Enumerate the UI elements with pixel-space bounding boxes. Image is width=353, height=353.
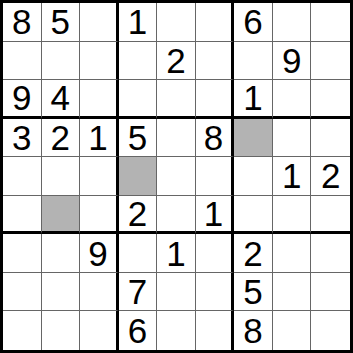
cell-r5c4[interactable]	[119, 157, 158, 196]
cell-r4c2[interactable]: 2	[42, 119, 81, 158]
cell-r7c3[interactable]: 9	[80, 234, 119, 273]
cell-r5c1[interactable]	[3, 157, 42, 196]
cell-r6c6[interactable]: 1	[196, 196, 235, 235]
cell-r2c5[interactable]: 2	[157, 42, 196, 81]
cell-r9c9[interactable]	[311, 311, 350, 350]
cell-r7c9[interactable]	[311, 234, 350, 273]
cell-r8c4[interactable]: 7	[119, 273, 158, 312]
cell-r8c6[interactable]	[196, 273, 235, 312]
cell-r2c7[interactable]	[234, 42, 273, 81]
cell-r9c6[interactable]	[196, 311, 235, 350]
cell-r9c2[interactable]	[42, 311, 81, 350]
cell-r6c8[interactable]	[273, 196, 312, 235]
cell-r8c2[interactable]	[42, 273, 81, 312]
cell-r6c7[interactable]	[234, 196, 273, 235]
cell-r4c4[interactable]: 5	[119, 119, 158, 158]
cell-r9c4[interactable]: 6	[119, 311, 158, 350]
cell-r4c5[interactable]	[157, 119, 196, 158]
cell-r7c4[interactable]	[119, 234, 158, 273]
cell-r6c2[interactable]	[42, 196, 81, 235]
cell-r5c8[interactable]: 1	[273, 157, 312, 196]
cell-r3c6[interactable]	[196, 80, 235, 119]
cell-r3c3[interactable]	[80, 80, 119, 119]
cell-r3c5[interactable]	[157, 80, 196, 119]
cell-r9c3[interactable]	[80, 311, 119, 350]
cell-r5c3[interactable]	[80, 157, 119, 196]
cell-r4c1[interactable]: 3	[3, 119, 42, 158]
cell-r2c6[interactable]	[196, 42, 235, 81]
cell-r6c5[interactable]	[157, 196, 196, 235]
cell-r2c9[interactable]	[311, 42, 350, 81]
cell-r3c4[interactable]	[119, 80, 158, 119]
cell-r4c8[interactable]	[273, 119, 312, 158]
cell-r5c7[interactable]	[234, 157, 273, 196]
cell-r4c7[interactable]	[234, 119, 273, 158]
cell-r5c6[interactable]	[196, 157, 235, 196]
cell-r7c2[interactable]	[42, 234, 81, 273]
cell-r4c6[interactable]: 8	[196, 119, 235, 158]
cell-r6c4[interactable]: 2	[119, 196, 158, 235]
cell-r8c5[interactable]	[157, 273, 196, 312]
cell-r7c1[interactable]	[3, 234, 42, 273]
cell-r8c8[interactable]	[273, 273, 312, 312]
cell-r5c2[interactable]	[42, 157, 81, 196]
cell-r9c7[interactable]: 8	[234, 311, 273, 350]
cell-r6c1[interactable]	[3, 196, 42, 235]
cell-r1c6[interactable]	[196, 3, 235, 42]
cell-r6c3[interactable]	[80, 196, 119, 235]
cell-r9c5[interactable]	[157, 311, 196, 350]
cell-r2c2[interactable]	[42, 42, 81, 81]
cell-r6c9[interactable]	[311, 196, 350, 235]
cell-r1c9[interactable]	[311, 3, 350, 42]
cell-r1c2[interactable]: 5	[42, 3, 81, 42]
cell-r1c5[interactable]	[157, 3, 196, 42]
cell-r1c3[interactable]	[80, 3, 119, 42]
cell-r3c8[interactable]	[273, 80, 312, 119]
cell-r8c1[interactable]	[3, 273, 42, 312]
cell-r1c4[interactable]: 1	[119, 3, 158, 42]
cell-r1c8[interactable]	[273, 3, 312, 42]
cell-r8c7[interactable]: 5	[234, 273, 273, 312]
cell-r7c8[interactable]	[273, 234, 312, 273]
cell-r9c1[interactable]	[3, 311, 42, 350]
cell-r7c7[interactable]: 2	[234, 234, 273, 273]
cell-r1c1[interactable]: 8	[3, 3, 42, 42]
cell-r2c4[interactable]	[119, 42, 158, 81]
cell-r4c3[interactable]: 1	[80, 119, 119, 158]
cell-r2c8[interactable]: 9	[273, 42, 312, 81]
cell-r2c1[interactable]	[3, 42, 42, 81]
cell-r8c3[interactable]	[80, 273, 119, 312]
cell-r3c7[interactable]: 1	[234, 80, 273, 119]
cell-r5c5[interactable]	[157, 157, 196, 196]
cell-r7c5[interactable]: 1	[157, 234, 196, 273]
cell-r3c2[interactable]: 4	[42, 80, 81, 119]
cell-r5c9[interactable]: 2	[311, 157, 350, 196]
cell-r8c9[interactable]	[311, 273, 350, 312]
cell-r9c8[interactable]	[273, 311, 312, 350]
sudoku-board: 8516299413215812219127568	[0, 0, 353, 353]
cell-r4c9[interactable]	[311, 119, 350, 158]
cell-r2c3[interactable]	[80, 42, 119, 81]
cell-r3c1[interactable]: 9	[3, 80, 42, 119]
cell-r1c7[interactable]: 6	[234, 3, 273, 42]
cell-r3c9[interactable]	[311, 80, 350, 119]
cell-r7c6[interactable]	[196, 234, 235, 273]
